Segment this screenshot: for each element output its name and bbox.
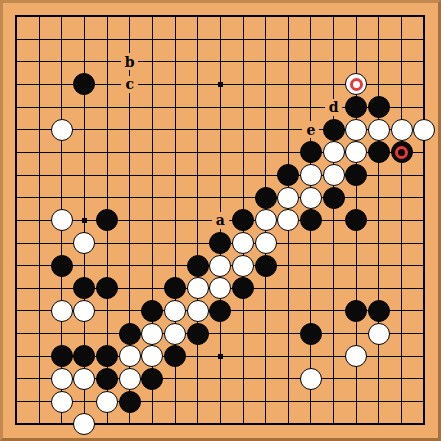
black-stone (96, 209, 118, 231)
black-stone (300, 209, 322, 231)
white-stone (345, 141, 367, 163)
white-stone (300, 187, 322, 209)
white-stone (141, 323, 163, 345)
white-stone (73, 300, 95, 322)
marked-white-stone (345, 73, 367, 95)
white-stone (413, 119, 435, 141)
black-stone (232, 209, 254, 231)
white-stone (96, 391, 118, 413)
point-label-a: a (212, 212, 229, 229)
grid-line-horizontal (15, 333, 425, 334)
white-stone (368, 323, 390, 345)
white-stone (368, 119, 390, 141)
grid-line-vertical (378, 15, 379, 425)
black-stone (96, 277, 118, 299)
red-circle-marker (350, 78, 363, 91)
black-stone (51, 255, 73, 277)
white-stone (73, 413, 95, 435)
white-stone (209, 277, 231, 299)
white-stone (323, 141, 345, 163)
white-stone (119, 345, 141, 367)
white-stone (187, 277, 209, 299)
point-label-c: c (121, 76, 138, 93)
white-stone (277, 187, 299, 209)
white-stone (323, 164, 345, 186)
white-stone (277, 209, 299, 231)
black-stone (96, 368, 118, 390)
star-point (218, 354, 223, 359)
black-stone (209, 232, 231, 254)
white-stone (300, 164, 322, 186)
black-stone (368, 300, 390, 322)
white-stone (345, 119, 367, 141)
white-stone (391, 119, 413, 141)
white-stone (164, 300, 186, 322)
star-point (218, 82, 223, 87)
grid-line-vertical (401, 15, 402, 425)
white-stone (232, 255, 254, 277)
white-stone (51, 300, 73, 322)
black-stone (345, 96, 367, 118)
go-board: abcde (0, 0, 441, 441)
black-stone (187, 255, 209, 277)
black-stone (187, 323, 209, 345)
star-point (82, 218, 87, 223)
white-stone (255, 232, 277, 254)
black-stone (300, 323, 322, 345)
black-stone (368, 141, 390, 163)
point-label-d: d (325, 99, 342, 116)
white-stone (51, 368, 73, 390)
black-stone (164, 277, 186, 299)
black-stone (255, 187, 277, 209)
white-stone (51, 119, 73, 141)
black-stone (345, 300, 367, 322)
black-stone (323, 187, 345, 209)
black-stone (164, 345, 186, 367)
black-stone (345, 209, 367, 231)
white-stone (164, 323, 186, 345)
black-stone (73, 345, 95, 367)
white-stone (51, 391, 73, 413)
black-stone (209, 300, 231, 322)
black-stone (96, 345, 118, 367)
white-stone (73, 368, 95, 390)
point-label-b: b (121, 53, 138, 70)
black-stone (141, 300, 163, 322)
white-stone (209, 255, 231, 277)
black-stone (345, 164, 367, 186)
black-stone (51, 345, 73, 367)
white-stone (300, 368, 322, 390)
black-stone (119, 391, 141, 413)
red-circle-marker (395, 146, 408, 159)
point-label-e: e (302, 121, 319, 138)
marked-black-stone (391, 141, 413, 163)
black-stone (277, 164, 299, 186)
white-stone (141, 345, 163, 367)
black-stone (255, 255, 277, 277)
white-stone (73, 232, 95, 254)
white-stone (187, 300, 209, 322)
grid-line-vertical (423, 15, 425, 425)
black-stone (119, 323, 141, 345)
white-stone (51, 209, 73, 231)
black-stone (141, 368, 163, 390)
black-stone (300, 141, 322, 163)
white-stone (255, 209, 277, 231)
white-stone (119, 368, 141, 390)
grid-line-horizontal (15, 401, 425, 402)
white-stone (345, 345, 367, 367)
black-stone (73, 73, 95, 95)
black-stone (73, 277, 95, 299)
black-stone (323, 119, 345, 141)
black-stone (232, 277, 254, 299)
white-stone (232, 232, 254, 254)
black-stone (368, 96, 390, 118)
grid-line-vertical (333, 15, 334, 425)
